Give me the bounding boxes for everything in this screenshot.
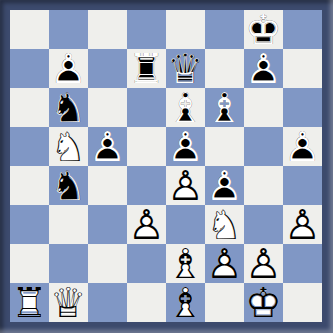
square-a7[interactable]	[10, 49, 49, 88]
square-c6[interactable]	[88, 88, 127, 127]
square-g1[interactable]: ♚♔	[244, 283, 283, 322]
black-pawn-piece[interactable]: ♟♙	[283, 127, 322, 166]
square-f3[interactable]: ♞♘	[205, 205, 244, 244]
square-a3[interactable]	[10, 205, 49, 244]
square-h5[interactable]: ♟♙	[283, 127, 322, 166]
square-h8[interactable]	[283, 10, 322, 49]
square-d8[interactable]	[127, 10, 166, 49]
square-b6[interactable]: ♞♘	[49, 88, 88, 127]
square-h4[interactable]	[283, 166, 322, 205]
square-a8[interactable]	[10, 10, 49, 49]
square-e7[interactable]: ♛♕	[166, 49, 205, 88]
square-a4[interactable]	[10, 166, 49, 205]
black-pawn-piece[interactable]: ♟♙	[49, 49, 88, 88]
rook-glyph-outline: ♖	[11, 283, 48, 324]
black-bishop-piece[interactable]: ♝♗	[166, 88, 205, 127]
knight-glyph-outline: ♘	[50, 166, 87, 207]
pawn-glyph-outline: ♙	[284, 205, 321, 246]
white-bishop-piece[interactable]: ♝♗	[166, 283, 205, 322]
queen-glyph-outline: ♕	[50, 283, 87, 324]
square-d4[interactable]	[127, 166, 166, 205]
square-c3[interactable]	[88, 205, 127, 244]
square-d1[interactable]	[127, 283, 166, 322]
square-c5[interactable]: ♟♙	[88, 127, 127, 166]
square-h1[interactable]	[283, 283, 322, 322]
square-a2[interactable]	[10, 244, 49, 283]
white-pawn-piece[interactable]: ♟♙	[244, 244, 283, 283]
white-rook-piece[interactable]: ♜♖	[10, 283, 49, 322]
black-rook-piece[interactable]: ♜♖	[127, 49, 166, 88]
pawn-glyph-outline: ♙	[167, 166, 204, 207]
square-b1[interactable]: ♛♕	[49, 283, 88, 322]
square-e6[interactable]: ♝♗	[166, 88, 205, 127]
white-pawn-piece[interactable]: ♟♙	[205, 244, 244, 283]
black-knight-piece[interactable]: ♞♘	[49, 88, 88, 127]
square-b5[interactable]: ♞♘	[49, 127, 88, 166]
square-g7[interactable]: ♟♙	[244, 49, 283, 88]
square-e5[interactable]: ♟♙	[166, 127, 205, 166]
square-b2[interactable]	[49, 244, 88, 283]
white-knight-piece[interactable]: ♞♘	[49, 127, 88, 166]
square-g2[interactable]: ♟♙	[244, 244, 283, 283]
square-d3[interactable]: ♟♙	[127, 205, 166, 244]
square-g4[interactable]	[244, 166, 283, 205]
square-g6[interactable]	[244, 88, 283, 127]
king-glyph-outline: ♔	[245, 283, 282, 324]
square-d7[interactable]: ♜♖	[127, 49, 166, 88]
black-knight-piece[interactable]: ♞♘	[49, 166, 88, 205]
white-king-piece[interactable]: ♚♔	[244, 283, 283, 322]
board-frame: ♚♔♟♙♜♖♛♕♟♙♞♘♝♗♝♗♞♘♟♙♟♙♟♙♞♘♟♙♟♙♟♙♞♘♟♙♝♗♟♙…	[0, 0, 333, 333]
square-c4[interactable]	[88, 166, 127, 205]
rook-glyph-outline: ♖	[128, 49, 165, 90]
white-pawn-piece[interactable]: ♟♙	[283, 205, 322, 244]
square-f2[interactable]: ♟♙	[205, 244, 244, 283]
square-b4[interactable]: ♞♘	[49, 166, 88, 205]
white-pawn-piece[interactable]: ♟♙	[127, 205, 166, 244]
square-f1[interactable]	[205, 283, 244, 322]
black-bishop-piece[interactable]: ♝♗	[205, 88, 244, 127]
black-queen-piece[interactable]: ♛♕	[166, 49, 205, 88]
white-knight-piece[interactable]: ♞♘	[205, 205, 244, 244]
black-pawn-piece[interactable]: ♟♙	[88, 127, 127, 166]
white-bishop-piece[interactable]: ♝♗	[166, 244, 205, 283]
square-f5[interactable]	[205, 127, 244, 166]
square-c7[interactable]	[88, 49, 127, 88]
square-d2[interactable]	[127, 244, 166, 283]
pawn-glyph-outline: ♙	[245, 49, 282, 90]
square-g5[interactable]	[244, 127, 283, 166]
bishop-glyph-outline: ♗	[206, 88, 243, 129]
square-h6[interactable]	[283, 88, 322, 127]
black-king-piece[interactable]: ♚♔	[244, 10, 283, 49]
square-b7[interactable]: ♟♙	[49, 49, 88, 88]
black-pawn-piece[interactable]: ♟♙	[205, 166, 244, 205]
pawn-glyph-outline: ♙	[284, 127, 321, 168]
pawn-glyph-outline: ♙	[89, 127, 126, 168]
square-f4[interactable]: ♟♙	[205, 166, 244, 205]
square-a1[interactable]: ♜♖	[10, 283, 49, 322]
square-a6[interactable]	[10, 88, 49, 127]
square-e1[interactable]: ♝♗	[166, 283, 205, 322]
square-a5[interactable]	[10, 127, 49, 166]
pawn-glyph-outline: ♙	[206, 244, 243, 285]
chess-board: ♚♔♟♙♜♖♛♕♟♙♞♘♝♗♝♗♞♘♟♙♟♙♟♙♞♘♟♙♟♙♟♙♞♘♟♙♝♗♟♙…	[10, 10, 322, 322]
white-queen-piece[interactable]: ♛♕	[49, 283, 88, 322]
white-pawn-piece[interactable]: ♟♙	[166, 166, 205, 205]
square-f8[interactable]	[205, 10, 244, 49]
square-c2[interactable]	[88, 244, 127, 283]
square-e8[interactable]	[166, 10, 205, 49]
square-b3[interactable]	[49, 205, 88, 244]
pawn-glyph-outline: ♙	[128, 205, 165, 246]
black-pawn-piece[interactable]: ♟♙	[166, 127, 205, 166]
bishop-glyph-outline: ♗	[167, 283, 204, 324]
square-g3[interactable]	[244, 205, 283, 244]
square-e4[interactable]: ♟♙	[166, 166, 205, 205]
black-pawn-piece[interactable]: ♟♙	[244, 49, 283, 88]
square-f7[interactable]	[205, 49, 244, 88]
square-h2[interactable]	[283, 244, 322, 283]
square-g8[interactable]: ♚♔	[244, 10, 283, 49]
square-c1[interactable]	[88, 283, 127, 322]
square-h7[interactable]	[283, 49, 322, 88]
square-e3[interactable]	[166, 205, 205, 244]
square-b8[interactable]	[49, 10, 88, 49]
square-d6[interactable]	[127, 88, 166, 127]
square-c8[interactable]	[88, 10, 127, 49]
square-e2[interactable]: ♝♗	[166, 244, 205, 283]
square-d5[interactable]	[127, 127, 166, 166]
square-f6[interactable]: ♝♗	[205, 88, 244, 127]
square-h3[interactable]: ♟♙	[283, 205, 322, 244]
